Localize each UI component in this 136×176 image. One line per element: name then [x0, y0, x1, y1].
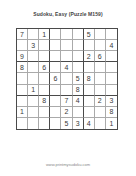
cell-r9c6-given-3: 3	[73, 118, 84, 129]
cell-r3c8-given-6: 6	[95, 51, 106, 62]
cell-r3c7-given-2: 2	[84, 51, 95, 62]
cell-r4c1-given-8: 8	[17, 62, 28, 73]
cell-r3c3-empty	[39, 51, 50, 62]
cell-r2c9-given-4: 4	[106, 40, 117, 51]
cell-r8c8-empty	[95, 107, 106, 118]
cell-r6c8-empty	[95, 85, 106, 96]
cell-r5c6-given-5: 5	[73, 73, 84, 84]
cell-r5c8-empty	[95, 73, 106, 84]
cell-r8c7-empty	[84, 107, 95, 118]
cell-r7c1-empty	[17, 96, 28, 107]
cell-r2c1-empty	[17, 40, 28, 51]
cell-r2c4-empty	[50, 40, 61, 51]
cell-r9c3-empty	[39, 118, 50, 129]
cell-r7c5-given-7: 7	[61, 96, 72, 107]
cell-r5c7-given-8: 8	[84, 73, 95, 84]
cell-r2c6-empty	[73, 40, 84, 51]
cell-r3c5-empty	[61, 51, 72, 62]
cell-r7c7-empty	[84, 96, 95, 107]
cell-r7c2-empty	[28, 96, 39, 107]
sudoku-board: 7153492686465818874231285341	[16, 28, 118, 130]
cell-r1c8-empty	[95, 29, 106, 40]
cell-r1c4-empty	[50, 29, 61, 40]
cell-r5c1-empty	[17, 73, 28, 84]
footer-url: www.printmysudoku.com	[0, 162, 136, 167]
page-title: Sudoku, Easy (Puzzle M159)	[0, 11, 136, 17]
cell-r6c3-empty	[39, 85, 50, 96]
cell-r9c4-empty	[50, 118, 61, 129]
cell-r6c1-empty	[17, 85, 28, 96]
cell-r2c3-empty	[39, 40, 50, 51]
cell-r7c8-given-2: 2	[95, 96, 106, 107]
cell-r3c1-given-9: 9	[17, 51, 28, 62]
cell-r8c2-empty	[28, 107, 39, 118]
sudoku-page: { "game": "sudoku", "header": { "title":…	[0, 0, 136, 176]
cell-r2c5-empty	[61, 40, 72, 51]
cell-r4c9-empty	[106, 62, 117, 73]
cell-r4c8-empty	[95, 62, 106, 73]
cell-r6c9-empty	[106, 85, 117, 96]
cell-r4c6-empty	[73, 62, 84, 73]
cell-r5c2-empty	[28, 73, 39, 84]
cell-r4c4-empty	[50, 62, 61, 73]
cell-r8c4-empty	[50, 107, 61, 118]
cell-r6c2-given-1: 1	[28, 85, 39, 96]
cell-r5c9-empty	[106, 73, 117, 84]
cell-r1c1-given-7: 7	[17, 29, 28, 40]
cell-r9c2-empty	[28, 118, 39, 129]
cell-r9c5-given-5: 5	[61, 118, 72, 129]
cell-r4c3-given-6: 6	[39, 62, 50, 73]
cell-r8c6-empty	[73, 107, 84, 118]
cell-r4c7-empty	[84, 62, 95, 73]
cell-r8c1-given-1: 1	[17, 107, 28, 118]
cell-r8c5-given-2: 2	[61, 107, 72, 118]
cell-r4c2-empty	[28, 62, 39, 73]
cell-r2c2-given-3: 3	[28, 40, 39, 51]
cell-r4c5-given-4: 4	[61, 62, 72, 73]
cell-r3c2-empty	[28, 51, 39, 62]
cell-r6c5-empty	[61, 85, 72, 96]
cell-r2c8-empty	[95, 40, 106, 51]
cell-r1c3-given-1: 1	[39, 29, 50, 40]
cell-r5c3-empty	[39, 73, 50, 84]
cell-r9c1-empty	[17, 118, 28, 129]
cell-r1c2-empty	[28, 29, 39, 40]
cell-r3c4-empty	[50, 51, 61, 62]
cell-r1c9-empty	[106, 29, 117, 40]
cell-r8c9-given-8: 8	[106, 107, 117, 118]
cell-r9c9-given-1: 1	[106, 118, 117, 129]
cell-r7c3-given-8: 8	[39, 96, 50, 107]
cell-r1c5-empty	[61, 29, 72, 40]
cell-r1c7-given-5: 5	[84, 29, 95, 40]
cell-r7c4-empty	[50, 96, 61, 107]
cell-r7c9-given-3: 3	[106, 96, 117, 107]
cell-r2c7-empty	[84, 40, 95, 51]
cell-r1c6-empty	[73, 29, 84, 40]
cell-r3c9-empty	[106, 51, 117, 62]
cell-r5c5-empty	[61, 73, 72, 84]
cell-r9c8-empty	[95, 118, 106, 129]
cell-r7c6-given-4: 4	[73, 96, 84, 107]
cell-r6c4-empty	[50, 85, 61, 96]
cell-r8c3-empty	[39, 107, 50, 118]
cell-r5c4-given-6: 6	[50, 73, 61, 84]
cell-r3c6-empty	[73, 51, 84, 62]
cell-r6c7-empty	[84, 85, 95, 96]
cell-r9c7-given-4: 4	[84, 118, 95, 129]
cell-r6c6-given-8: 8	[73, 85, 84, 96]
